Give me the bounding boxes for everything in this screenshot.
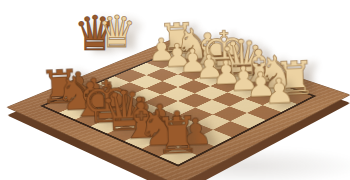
chess-set-photo: ♛ ♛ ♜♞♝♚♛♝♞♜♟♟♟♟♟♟♟♟♟♟♟♟♟♟♟♟♜♞♝♚♛♝♞♜ xyxy=(0,0,350,180)
chess-board: ♜♞♝♚♛♝♞♜♟♟♟♟♟♟♟♟♟♟♟♟♟♟♟♟♜♞♝♚♛♝♞♜ xyxy=(51,0,305,180)
board-surface: ♜♞♝♚♛♝♞♜♟♟♟♟♟♟♟♟♟♟♟♟♟♟♟♟♜♞♝♚♛♝♞♜ xyxy=(6,37,350,180)
